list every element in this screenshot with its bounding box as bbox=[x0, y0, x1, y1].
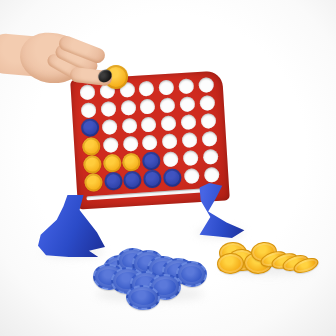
hole bbox=[123, 136, 139, 152]
cell-r5-c6 bbox=[180, 149, 201, 168]
cell-r4-c2 bbox=[100, 135, 121, 154]
hole bbox=[162, 133, 178, 149]
hole bbox=[80, 84, 96, 100]
cell-r1-c5 bbox=[156, 77, 177, 96]
cell-r2-c1 bbox=[79, 100, 100, 119]
cell-r6-c3 bbox=[122, 170, 143, 189]
cell-r2-c4 bbox=[138, 97, 159, 116]
cell-r3-c1 bbox=[80, 118, 101, 137]
yellow-disc bbox=[82, 137, 101, 156]
cell-r3-c4 bbox=[139, 115, 160, 134]
hole bbox=[202, 149, 218, 165]
cell-r6-c5 bbox=[162, 168, 183, 187]
cell-r4-c7 bbox=[199, 129, 220, 148]
blue-disc bbox=[143, 169, 162, 188]
hole bbox=[198, 77, 214, 93]
cell-r2-c7 bbox=[197, 93, 218, 112]
cell-r5-c3 bbox=[121, 152, 142, 171]
cell-r5-c1 bbox=[82, 155, 103, 174]
cell-r5-c7 bbox=[200, 147, 221, 166]
hole bbox=[178, 78, 194, 94]
blue-disc bbox=[142, 151, 161, 170]
cell-r2-c2 bbox=[98, 99, 119, 118]
hole bbox=[180, 114, 196, 130]
hole bbox=[183, 150, 199, 166]
hole bbox=[102, 119, 118, 135]
cell-r3-c6 bbox=[178, 112, 199, 131]
hole bbox=[141, 116, 157, 132]
cell-r1-c4 bbox=[136, 79, 157, 98]
yellow-disc bbox=[84, 173, 103, 192]
cell-r1-c7 bbox=[195, 75, 216, 94]
cell-r2-c6 bbox=[177, 94, 198, 113]
cell-r3-c7 bbox=[198, 111, 219, 130]
blue-disc bbox=[103, 172, 122, 191]
cell-r1-c6 bbox=[176, 76, 197, 95]
cell-r4-c6 bbox=[179, 130, 200, 149]
cell-r6-c2 bbox=[103, 172, 124, 191]
board-hole-grid bbox=[77, 75, 221, 192]
hole bbox=[101, 101, 117, 117]
hole bbox=[81, 102, 97, 118]
photo-scene bbox=[0, 0, 336, 336]
hole bbox=[142, 135, 158, 151]
hole bbox=[121, 118, 137, 134]
cell-r2-c5 bbox=[157, 95, 178, 114]
blue-disc bbox=[163, 168, 182, 187]
hole bbox=[140, 98, 156, 114]
yellow-disc bbox=[122, 152, 141, 171]
blue-disc bbox=[123, 171, 142, 190]
hole bbox=[203, 167, 219, 183]
yellow-disc bbox=[83, 155, 102, 174]
cell-r3-c5 bbox=[158, 114, 179, 133]
hole bbox=[120, 100, 136, 116]
cell-r2-c3 bbox=[118, 98, 139, 117]
hole bbox=[184, 168, 200, 184]
blue-disc bbox=[80, 119, 99, 138]
hole bbox=[160, 97, 176, 113]
hole bbox=[163, 152, 179, 168]
cell-r3-c2 bbox=[99, 117, 120, 136]
hole bbox=[179, 96, 195, 112]
cell-r5-c5 bbox=[161, 150, 182, 169]
hole bbox=[200, 113, 216, 129]
hole bbox=[201, 131, 217, 147]
cell-r4-c1 bbox=[81, 137, 102, 156]
cell-r4-c5 bbox=[159, 132, 180, 151]
cell-r6-c1 bbox=[83, 173, 104, 192]
cell-r4-c3 bbox=[120, 134, 141, 153]
hole bbox=[103, 137, 119, 153]
cell-r6-c4 bbox=[142, 169, 163, 188]
cell-r5-c2 bbox=[102, 153, 123, 172]
cell-r4-c4 bbox=[140, 133, 161, 152]
hole bbox=[199, 95, 215, 111]
hole bbox=[139, 80, 155, 96]
cell-r6-c7 bbox=[201, 166, 222, 185]
cell-r6-c6 bbox=[181, 167, 202, 186]
cell-r1-c1 bbox=[77, 82, 98, 101]
cell-r5-c4 bbox=[141, 151, 162, 170]
hole bbox=[159, 79, 175, 95]
hole bbox=[161, 115, 177, 131]
cell-r3-c3 bbox=[119, 116, 140, 135]
hole bbox=[182, 132, 198, 148]
yellow-disc bbox=[102, 154, 121, 173]
